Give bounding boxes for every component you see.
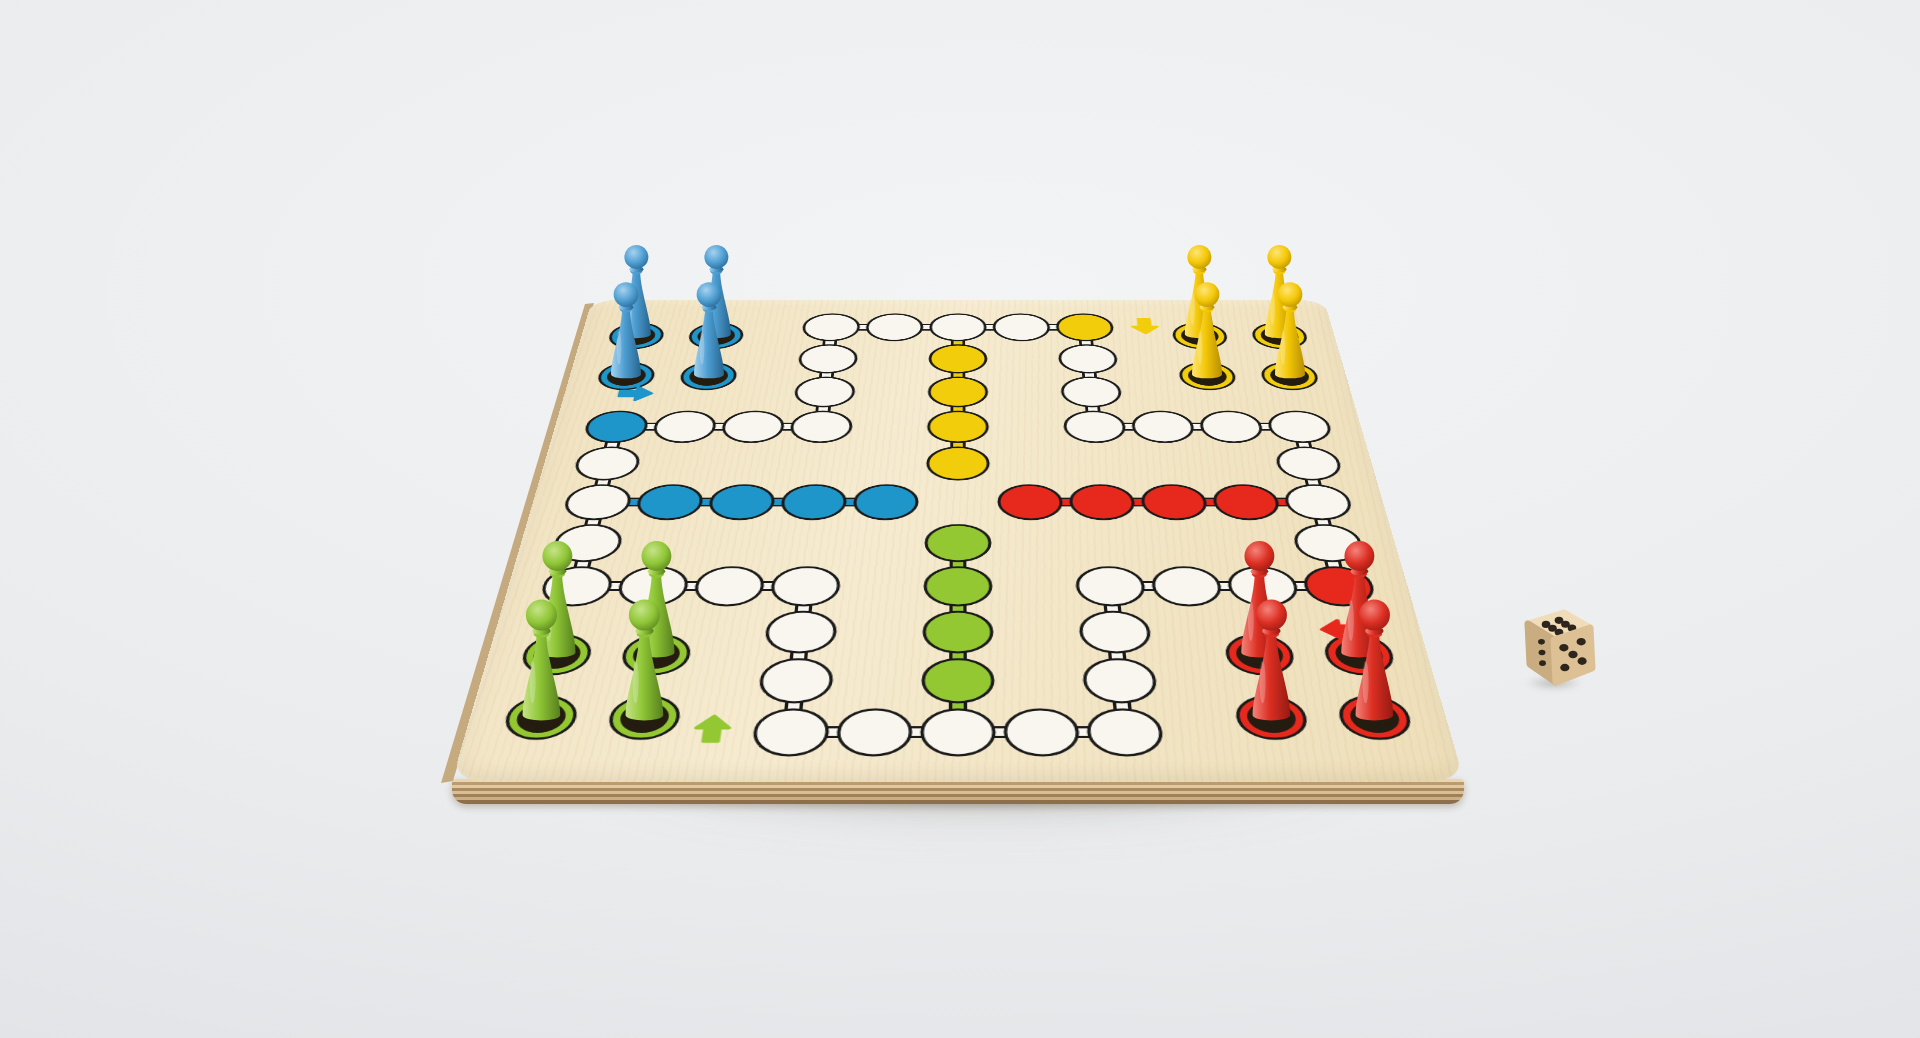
- track-cell-33: [771, 567, 840, 605]
- track-cell-15: [1199, 411, 1264, 442]
- ludo-board: [451, 300, 1464, 782]
- die-pip: [1538, 639, 1545, 645]
- track-cell-5: [799, 345, 858, 373]
- pawn-blue-3[interactable]: [605, 273, 647, 388]
- home-cell-yellow-2: [929, 377, 987, 406]
- die-pip: [1568, 651, 1577, 659]
- start-arrow-green: [694, 716, 730, 741]
- home-cell-green-2: [924, 612, 992, 653]
- track-cell-4: [794, 377, 854, 406]
- track-cell-28: [922, 709, 995, 755]
- track-cell-26: [1087, 709, 1163, 755]
- pawn-yellow-4[interactable]: [1269, 273, 1311, 388]
- track-cell-11: [1059, 345, 1118, 373]
- die[interactable]: [1508, 604, 1602, 700]
- track-cell-16: [1267, 411, 1333, 442]
- pawn-yellow-3[interactable]: [1186, 273, 1228, 388]
- home-cell-red-4: [999, 485, 1063, 519]
- die-pip: [1560, 664, 1569, 672]
- home-cell-red-3: [1070, 485, 1135, 519]
- die-pip: [1539, 660, 1546, 666]
- pawn-blue-4[interactable]: [688, 273, 730, 388]
- track-cell-29: [837, 709, 911, 755]
- home-cell-yellow-4: [927, 447, 988, 479]
- track-cell-7: [866, 314, 922, 340]
- track-cell-18: [1283, 485, 1353, 519]
- pawn-red-3[interactable]: [1245, 588, 1298, 731]
- track-cell-2: [721, 411, 784, 442]
- track-cell-25: [1083, 659, 1157, 702]
- track-cell-22: [1151, 567, 1222, 605]
- pawn-graphic: [688, 273, 730, 384]
- die-face-front-5: [1554, 628, 1592, 682]
- track-cell-32: [765, 612, 837, 653]
- track-cell-27: [1005, 709, 1079, 755]
- pawn-graphic: [1245, 588, 1298, 727]
- die-pip: [1578, 657, 1587, 665]
- track-cell-31: [759, 659, 833, 702]
- track-cell-8: [930, 314, 985, 340]
- home-cell-yellow-3: [928, 411, 987, 442]
- pawn-graphic: [1269, 273, 1311, 384]
- home-cell-blue-2: [708, 485, 775, 519]
- board-art: [451, 300, 1464, 782]
- track-cell-24: [1080, 612, 1152, 653]
- track-cell-3: [790, 411, 852, 442]
- pawn-green-3[interactable]: [515, 588, 568, 731]
- die-pip: [1539, 650, 1546, 656]
- pawn-green-4[interactable]: [618, 588, 671, 731]
- home-cell-red-1: [1212, 485, 1281, 519]
- track-cell-38: [562, 485, 632, 519]
- home-cell-blue-1: [635, 485, 704, 519]
- track-cell-34: [693, 567, 764, 605]
- start-arrow-yellow: [1131, 319, 1158, 334]
- die-pip: [1577, 638, 1586, 646]
- track-cell-9: [994, 314, 1050, 340]
- track-cell-39: [573, 447, 641, 479]
- pawn-graphic: [618, 588, 671, 727]
- home-cell-green-3: [925, 567, 991, 605]
- track-cell-14: [1131, 411, 1194, 442]
- pawn-graphic: [515, 588, 568, 727]
- track-cell-30: [753, 709, 829, 755]
- pawn-graphic: [605, 273, 647, 384]
- home-cell-red-2: [1141, 485, 1208, 519]
- track-cell-1: [652, 411, 717, 442]
- home-cell-blue-4: [854, 485, 918, 519]
- track-cell-23: [1076, 567, 1145, 605]
- pawn-graphic: [1186, 273, 1228, 384]
- pawn-red-4[interactable]: [1348, 588, 1401, 731]
- track-cell-10: [1056, 314, 1113, 340]
- home-cell-yellow-1: [930, 345, 986, 373]
- pawn-graphic: [1348, 588, 1401, 727]
- scene: [0, 0, 1920, 1038]
- track-cell-6: [802, 314, 859, 340]
- home-cell-green-1: [923, 659, 994, 702]
- home-cell-green-4: [926, 525, 991, 561]
- track-cell-13: [1064, 411, 1126, 442]
- track-cell-12: [1061, 377, 1121, 406]
- die-pip: [1559, 644, 1568, 652]
- board-plywood-edge: [452, 779, 1464, 804]
- home-cell-blue-3: [781, 485, 846, 519]
- track-cell-17: [1275, 447, 1343, 479]
- track-cell-0: [583, 411, 649, 442]
